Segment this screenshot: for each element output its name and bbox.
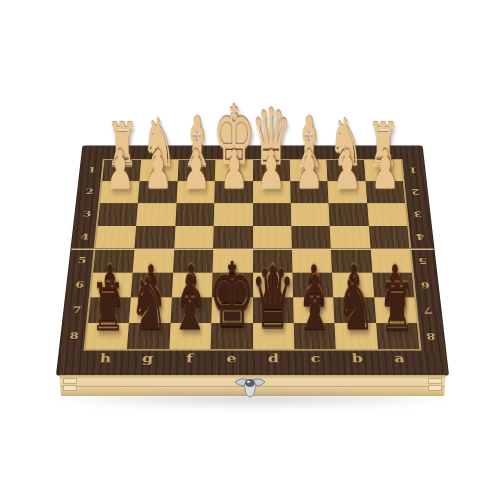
- square-g5[interactable]: [133, 249, 174, 273]
- metal-clasp-icon: [233, 375, 267, 403]
- square-f7[interactable]: [170, 298, 212, 323]
- rank-label-left-8: 8: [66, 331, 83, 340]
- square-e5[interactable]: [213, 249, 253, 273]
- square-c2[interactable]: [290, 181, 329, 203]
- rank-label-right-8: 8: [423, 331, 440, 340]
- square-h3[interactable]: [98, 203, 138, 226]
- square-a6[interactable]: [372, 273, 414, 298]
- square-b7[interactable]: [333, 298, 375, 323]
- box-finger-joint: [428, 378, 442, 384]
- square-g6[interactable]: [131, 273, 173, 298]
- rank-label-left-5: 5: [74, 257, 90, 265]
- rank-label-right-5: 5: [415, 257, 431, 265]
- chess-set-product-photo: 1122334455667788hgfedcba ♜♞♝♛♚♝♞♜♟♟♟♟♟♟♟…: [0, 0, 500, 500]
- square-h1[interactable]: [102, 160, 141, 181]
- rank-label-left-1: 1: [84, 167, 99, 174]
- square-f2[interactable]: [176, 181, 215, 203]
- square-f8[interactable]: [169, 323, 211, 349]
- square-a3[interactable]: [367, 203, 407, 226]
- square-f3[interactable]: [175, 203, 214, 226]
- square-h7[interactable]: [88, 298, 131, 323]
- square-e7[interactable]: [211, 298, 252, 323]
- box-finger-joint: [428, 385, 442, 391]
- square-a5[interactable]: [370, 249, 412, 273]
- square-h6[interactable]: [91, 273, 133, 298]
- square-a8[interactable]: [376, 323, 420, 349]
- square-c6[interactable]: [292, 273, 333, 298]
- box-finger-joint: [63, 378, 77, 384]
- square-c5[interactable]: [292, 249, 332, 273]
- rank-label-right-4: 4: [413, 233, 429, 241]
- square-h8[interactable]: [86, 323, 130, 349]
- square-e6[interactable]: [212, 273, 252, 298]
- square-g7[interactable]: [129, 298, 171, 323]
- square-f4[interactable]: [174, 226, 214, 249]
- square-d5[interactable]: [253, 249, 293, 273]
- square-g3[interactable]: [136, 203, 176, 226]
- square-d2[interactable]: [253, 181, 291, 203]
- rank-label-left-4: 4: [77, 233, 93, 241]
- rank-label-left-2: 2: [82, 188, 97, 195]
- rank-label-right-2: 2: [408, 188, 423, 195]
- square-h4[interactable]: [96, 226, 137, 249]
- rank-label-right-6: 6: [417, 281, 433, 289]
- square-c3[interactable]: [291, 203, 330, 226]
- board-fold-seam: [71, 248, 433, 250]
- file-label-c: c: [304, 353, 326, 364]
- file-label-b: b: [346, 353, 368, 364]
- square-b1[interactable]: [327, 160, 366, 181]
- rank-label-right-7: 7: [420, 306, 436, 315]
- square-e1[interactable]: [215, 160, 253, 181]
- square-d6[interactable]: [253, 273, 293, 298]
- square-a7[interactable]: [374, 298, 417, 323]
- square-e8[interactable]: [211, 323, 253, 349]
- square-d1[interactable]: [253, 160, 291, 181]
- file-label-d: d: [263, 353, 285, 364]
- square-b2[interactable]: [328, 181, 367, 203]
- square-c4[interactable]: [291, 226, 331, 249]
- square-a2[interactable]: [365, 181, 405, 203]
- square-g2[interactable]: [138, 181, 177, 203]
- chess-board: 1122334455667788hgfedcba: [57, 146, 448, 375]
- square-e4[interactable]: [213, 226, 252, 249]
- file-label-a: a: [388, 353, 411, 364]
- rank-label-right-1: 1: [406, 167, 421, 174]
- square-g4[interactable]: [135, 226, 175, 249]
- square-f1[interactable]: [177, 160, 215, 181]
- file-label-e: e: [221, 353, 243, 364]
- square-b6[interactable]: [332, 273, 374, 298]
- square-f6[interactable]: [172, 273, 213, 298]
- square-a1[interactable]: [364, 160, 403, 181]
- square-h2[interactable]: [100, 181, 140, 203]
- square-h5[interactable]: [93, 249, 135, 273]
- square-b3[interactable]: [329, 203, 369, 226]
- square-e3[interactable]: [214, 203, 253, 226]
- square-d8[interactable]: [253, 323, 295, 349]
- square-b4[interactable]: [330, 226, 370, 249]
- file-label-f: f: [178, 353, 200, 364]
- rank-label-left-3: 3: [80, 210, 95, 218]
- rank-label-left-6: 6: [72, 281, 88, 289]
- square-g1[interactable]: [140, 160, 179, 181]
- square-d4[interactable]: [253, 226, 292, 249]
- rank-label-left-7: 7: [69, 306, 85, 315]
- file-label-g: g: [136, 353, 158, 364]
- square-c8[interactable]: [294, 323, 336, 349]
- board-grid: [86, 160, 420, 349]
- square-d3[interactable]: [253, 203, 292, 226]
- box-finger-joint: [63, 385, 77, 391]
- square-c1[interactable]: [290, 160, 328, 181]
- rank-label-right-3: 3: [410, 210, 425, 218]
- square-d7[interactable]: [253, 298, 294, 323]
- square-a4[interactable]: [369, 226, 410, 249]
- square-c7[interactable]: [293, 298, 335, 323]
- square-e2[interactable]: [214, 181, 252, 203]
- square-b5[interactable]: [331, 249, 372, 273]
- square-g8[interactable]: [127, 323, 170, 349]
- square-b8[interactable]: [335, 323, 378, 349]
- file-label-h: h: [94, 353, 117, 364]
- square-f5[interactable]: [173, 249, 213, 273]
